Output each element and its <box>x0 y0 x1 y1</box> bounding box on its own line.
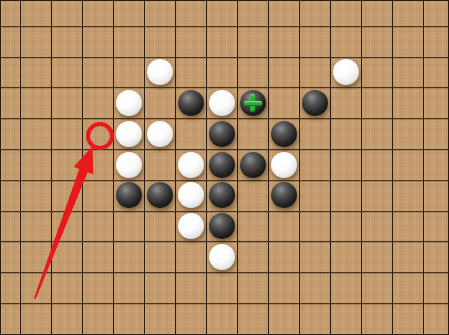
white-stone <box>333 59 359 85</box>
white-stone <box>147 59 173 85</box>
white-stone <box>178 213 204 239</box>
white-stone <box>116 90 142 116</box>
black-stone <box>116 182 142 208</box>
white-stone <box>116 152 142 178</box>
black-stone <box>209 152 235 178</box>
white-stone <box>209 90 235 116</box>
black-stone <box>209 121 235 147</box>
gomoku-board[interactable] <box>0 0 449 335</box>
white-stone <box>271 152 297 178</box>
black-stone <box>209 182 235 208</box>
white-stone <box>209 244 235 270</box>
black-stone <box>147 182 173 208</box>
black-stone <box>271 121 297 147</box>
white-stone <box>178 152 204 178</box>
last-move-cross-icon <box>244 94 262 112</box>
black-stone <box>271 182 297 208</box>
black-stone <box>240 152 266 178</box>
black-stone <box>240 90 266 116</box>
gomoku-app-window <box>0 0 449 335</box>
black-stone <box>209 213 235 239</box>
black-stone <box>302 90 328 116</box>
white-stone <box>178 182 204 208</box>
white-stone <box>147 121 173 147</box>
black-stone <box>178 90 204 116</box>
white-stone <box>116 121 142 147</box>
